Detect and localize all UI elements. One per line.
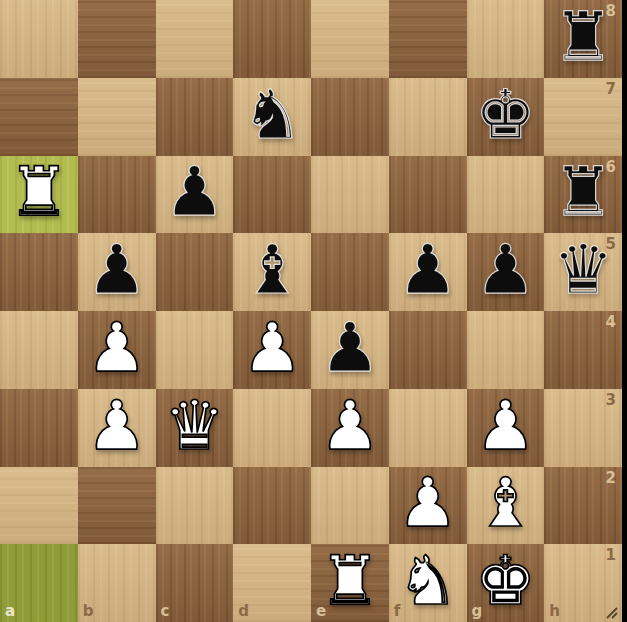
square-d7[interactable]: ♞ [233,78,311,156]
square-e2[interactable] [311,467,389,545]
square-c2[interactable] [156,467,234,545]
square-e3[interactable]: ♟ [311,389,389,467]
piece-black-pawn[interactable]: ♟ [475,236,536,304]
square-d4[interactable]: ♟ [233,311,311,389]
piece-white-knight[interactable]: ♞ [397,547,458,615]
square-c1[interactable]: c [156,544,234,622]
square-f2[interactable]: ♟ [389,467,467,545]
piece-black-knight[interactable]: ♞ [242,81,303,149]
square-d8[interactable] [233,0,311,78]
square-a3[interactable] [0,389,78,467]
square-g3[interactable]: ♟ [467,389,545,467]
square-e1[interactable]: ♜e [311,544,389,622]
square-c8[interactable] [156,0,234,78]
file-label-b: b [83,604,94,619]
page-background-strip [622,0,627,622]
piece-white-pawn[interactable]: ♟ [242,314,303,382]
square-d1[interactable]: d [233,544,311,622]
piece-black-pawn[interactable]: ♟ [397,236,458,304]
square-f1[interactable]: ♞f [389,544,467,622]
square-a8[interactable] [0,0,78,78]
square-a1[interactable]: a [0,544,78,622]
piece-white-pawn[interactable]: ♟ [475,392,536,460]
square-e6[interactable] [311,156,389,234]
square-f8[interactable] [389,0,467,78]
square-b2[interactable] [78,467,156,545]
rank-label-1: 1 [606,548,616,563]
square-g8[interactable] [467,0,545,78]
square-c4[interactable] [156,311,234,389]
piece-black-bishop[interactable]: ♝ [242,236,303,304]
square-e8[interactable] [311,0,389,78]
piece-white-pawn[interactable]: ♟ [319,392,380,460]
square-c3[interactable]: ♛ [156,389,234,467]
piece-white-pawn[interactable]: ♟ [86,392,147,460]
file-label-c: c [161,604,170,619]
square-h4[interactable]: 4 [544,311,622,389]
board-resize-handle-icon[interactable] [604,605,619,620]
square-b4[interactable]: ♟ [78,311,156,389]
file-label-h: h [549,604,560,619]
square-a4[interactable] [0,311,78,389]
piece-black-rook[interactable]: ♜ [553,158,614,226]
square-a2[interactable] [0,467,78,545]
square-a6[interactable]: ♜ [0,156,78,234]
piece-black-king[interactable]: ♚ [475,81,536,149]
square-h2[interactable]: 2 [544,467,622,545]
square-b8[interactable] [78,0,156,78]
file-label-d: d [238,604,249,619]
square-h1[interactable]: 1h [544,544,622,622]
square-h6[interactable]: ♜6 [544,156,622,234]
piece-black-queen[interactable]: ♛ [553,236,614,304]
square-d5[interactable]: ♝ [233,233,311,311]
square-e7[interactable] [311,78,389,156]
square-d2[interactable] [233,467,311,545]
square-g2[interactable]: ♝ [467,467,545,545]
square-d6[interactable] [233,156,311,234]
piece-white-queen[interactable]: ♛ [164,392,225,460]
square-b1[interactable]: b [78,544,156,622]
chess-board-app: ♜8♞♚7♜♟♜6♟♝♟♟♛5♟♟♟4♟♛♟♟3♟♝2abcd♜e♞f♚g1h [0,0,627,622]
square-a7[interactable] [0,78,78,156]
square-h3[interactable]: 3 [544,389,622,467]
square-f4[interactable] [389,311,467,389]
square-b5[interactable]: ♟ [78,233,156,311]
square-h8[interactable]: ♜8 [544,0,622,78]
chess-board: ♜8♞♚7♜♟♜6♟♝♟♟♛5♟♟♟4♟♛♟♟3♟♝2abcd♜e♞f♚g1h [0,0,622,622]
piece-white-rook[interactable]: ♜ [8,158,69,226]
square-e5[interactable] [311,233,389,311]
piece-black-pawn[interactable]: ♟ [164,158,225,226]
rank-label-7: 7 [606,82,616,97]
rank-label-2: 2 [606,471,616,486]
square-g1[interactable]: ♚g [467,544,545,622]
square-g7[interactable]: ♚ [467,78,545,156]
square-c5[interactable] [156,233,234,311]
square-d3[interactable] [233,389,311,467]
square-f6[interactable] [389,156,467,234]
square-h5[interactable]: ♛5 [544,233,622,311]
file-label-a: a [5,604,15,619]
piece-black-pawn[interactable]: ♟ [86,236,147,304]
square-b7[interactable] [78,78,156,156]
square-b6[interactable] [78,156,156,234]
piece-white-pawn[interactable]: ♟ [86,314,147,382]
piece-white-pawn[interactable]: ♟ [397,469,458,537]
square-h7[interactable]: 7 [544,78,622,156]
rank-label-4: 4 [606,315,616,330]
piece-white-bishop[interactable]: ♝ [475,469,536,537]
piece-white-rook[interactable]: ♜ [319,547,380,615]
square-g6[interactable] [467,156,545,234]
square-g5[interactable]: ♟ [467,233,545,311]
square-e4[interactable]: ♟ [311,311,389,389]
piece-black-pawn[interactable]: ♟ [319,314,380,382]
piece-black-rook[interactable]: ♜ [553,3,614,71]
piece-white-king[interactable]: ♚ [475,547,536,615]
square-f3[interactable] [389,389,467,467]
square-g4[interactable] [467,311,545,389]
square-c6[interactable]: ♟ [156,156,234,234]
square-c7[interactable] [156,78,234,156]
square-f5[interactable]: ♟ [389,233,467,311]
square-a5[interactable] [0,233,78,311]
square-f7[interactable] [389,78,467,156]
rank-label-3: 3 [606,393,616,408]
square-b3[interactable]: ♟ [78,389,156,467]
